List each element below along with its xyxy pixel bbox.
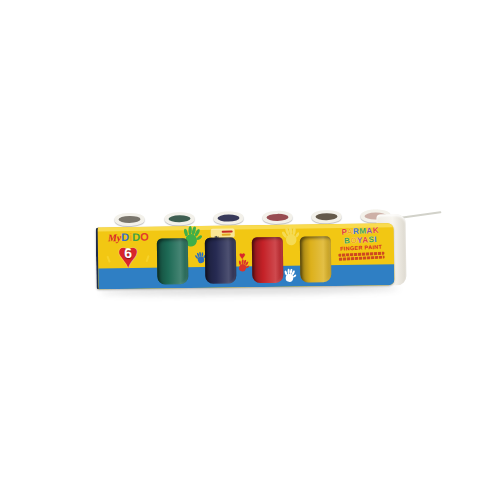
pot-gloss <box>252 237 284 283</box>
pot-lid-4 <box>262 211 292 224</box>
count-number: 6 <box>109 245 147 262</box>
maker-logo-text-line <box>222 231 233 233</box>
yellow-handprint-icon <box>280 225 301 248</box>
pot-gloss <box>157 238 189 284</box>
count-badge: ♥ 6 <box>109 238 148 277</box>
lid-tint-3 <box>217 214 239 221</box>
letter: K <box>373 226 380 235</box>
heart-side-mark-right <box>145 255 149 262</box>
lid-tint-1 <box>118 216 140 223</box>
pot-gloss <box>300 236 332 282</box>
package-sleeve: MyDiDO ♥ 6 ♥ <box>96 223 395 289</box>
maker-logo <box>211 228 235 237</box>
pot-lid-1 <box>114 213 144 226</box>
right-panel-text: PARMAK BOYASI FINGER PAINT <box>330 225 392 261</box>
lid-tint-4 <box>266 214 288 221</box>
window-pot-red <box>252 237 284 283</box>
lid-tint-2 <box>168 215 190 222</box>
pot-lid-5 <box>311 210 341 223</box>
pot-gloss <box>205 237 237 283</box>
window-pot-navy <box>205 237 237 283</box>
hang-tab-line <box>402 211 442 218</box>
white-handprint-icon <box>282 268 297 284</box>
window-pot-green <box>157 238 189 284</box>
pot-lid-2 <box>164 212 194 225</box>
photo-background: MyDiDO ♥ 6 ♥ <box>0 0 500 500</box>
maker-logo-subtext-line <box>222 234 231 236</box>
lid-tint-5 <box>315 213 337 220</box>
maker-logo-hand-icon <box>213 230 220 237</box>
paint-set-product: MyDiDO ♥ 6 ♥ <box>95 201 442 306</box>
pot-lid-3 <box>213 211 243 224</box>
letter: I <box>374 235 377 244</box>
window-pot-yellow <box>300 236 332 282</box>
